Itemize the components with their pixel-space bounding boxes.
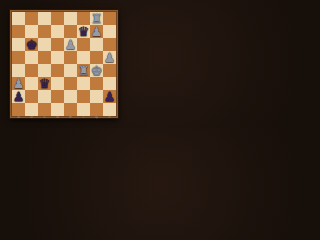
chess-board: ♜♛♟♚♟♟♜♚♟♛♟♟ bbox=[12, 12, 116, 116]
square-g4[interactable]: ♚ bbox=[90, 64, 103, 77]
square-a8[interactable] bbox=[12, 12, 25, 25]
square-b5[interactable] bbox=[25, 51, 38, 64]
square-c2[interactable] bbox=[38, 90, 51, 103]
square-a6[interactable] bbox=[12, 38, 25, 51]
black-king[interactable]: ♚ bbox=[25, 38, 38, 51]
black-pawn[interactable]: ♟ bbox=[12, 90, 25, 103]
white-pawn[interactable]: ♟ bbox=[103, 51, 116, 64]
file-label-g: g bbox=[90, 115, 103, 119]
square-d2[interactable] bbox=[51, 90, 64, 103]
square-d8[interactable] bbox=[51, 12, 64, 25]
square-b2[interactable] bbox=[25, 90, 38, 103]
square-d4[interactable] bbox=[51, 64, 64, 77]
square-h2[interactable]: ♟ bbox=[103, 90, 116, 103]
file-labels: abcdefgh bbox=[12, 115, 116, 119]
square-e6[interactable]: ♟ bbox=[64, 38, 77, 51]
square-b4[interactable] bbox=[25, 64, 38, 77]
square-c3[interactable]: ♛ bbox=[38, 77, 51, 90]
square-g3[interactable] bbox=[90, 77, 103, 90]
black-queen[interactable]: ♛ bbox=[77, 25, 90, 38]
black-pawn[interactable]: ♟ bbox=[103, 90, 116, 103]
square-d6[interactable] bbox=[51, 38, 64, 51]
square-d7[interactable] bbox=[51, 25, 64, 38]
file-label-a: a bbox=[12, 115, 25, 119]
square-f7[interactable]: ♛ bbox=[77, 25, 90, 38]
square-b8[interactable] bbox=[25, 12, 38, 25]
file-label-d: d bbox=[51, 115, 64, 119]
square-h5[interactable]: ♟ bbox=[103, 51, 116, 64]
board-frame: ♜♛♟♚♟♟♜♚♟♛♟♟ abcdefgh bbox=[10, 10, 118, 118]
square-h8[interactable] bbox=[103, 12, 116, 25]
square-a5[interactable] bbox=[12, 51, 25, 64]
square-e5[interactable] bbox=[64, 51, 77, 64]
square-f6[interactable] bbox=[77, 38, 90, 51]
square-f4[interactable]: ♜ bbox=[77, 64, 90, 77]
file-label-b: b bbox=[25, 115, 38, 119]
white-pawn[interactable]: ♟ bbox=[90, 25, 103, 38]
square-h4[interactable] bbox=[103, 64, 116, 77]
file-label-f: f bbox=[77, 115, 90, 119]
square-e2[interactable] bbox=[64, 90, 77, 103]
square-c7[interactable] bbox=[38, 25, 51, 38]
file-label-c: c bbox=[38, 115, 51, 119]
black-queen[interactable]: ♛ bbox=[38, 77, 51, 90]
square-d3[interactable] bbox=[51, 77, 64, 90]
white-king[interactable]: ♚ bbox=[90, 64, 103, 77]
square-f3[interactable] bbox=[77, 77, 90, 90]
square-b6[interactable]: ♚ bbox=[25, 38, 38, 51]
square-h7[interactable] bbox=[103, 25, 116, 38]
square-a2[interactable]: ♟ bbox=[12, 90, 25, 103]
file-label-h: h bbox=[103, 115, 116, 119]
square-d5[interactable] bbox=[51, 51, 64, 64]
square-c5[interactable] bbox=[38, 51, 51, 64]
square-f2[interactable] bbox=[77, 90, 90, 103]
square-g2[interactable] bbox=[90, 90, 103, 103]
square-b3[interactable] bbox=[25, 77, 38, 90]
square-e3[interactable] bbox=[64, 77, 77, 90]
white-rook[interactable]: ♜ bbox=[77, 64, 90, 77]
square-e4[interactable] bbox=[64, 64, 77, 77]
square-e8[interactable] bbox=[64, 12, 77, 25]
square-a7[interactable] bbox=[12, 25, 25, 38]
square-g6[interactable] bbox=[90, 38, 103, 51]
file-label-e: e bbox=[64, 115, 77, 119]
square-c8[interactable] bbox=[38, 12, 51, 25]
square-c6[interactable] bbox=[38, 38, 51, 51]
square-g7[interactable]: ♟ bbox=[90, 25, 103, 38]
white-pawn[interactable]: ♟ bbox=[64, 38, 77, 51]
